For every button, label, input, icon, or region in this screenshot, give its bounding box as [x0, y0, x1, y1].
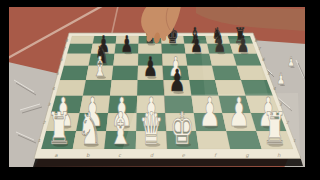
rank-label-left-5: 5	[56, 71, 59, 76]
chess-scene: abcdefgh1122334455667788♛♚♝♞♜♟♟♟♟♟♞♟♝♟♟♟…	[0, 0, 320, 180]
piece-white-pawn-g2[interactable]: ♟	[228, 88, 250, 135]
video-frame: abcdefgh1122334455667788♛♚♝♞♜♟♟♟♟♟♞♟♝♟♟♟…	[0, 0, 320, 180]
piece-black-pawn-h7[interactable]: ♟	[237, 30, 250, 57]
piece-white-queen-d1[interactable]: ♛	[139, 102, 164, 154]
rank-label-right-5: 5	[267, 71, 270, 76]
square-a6[interactable]	[64, 54, 91, 66]
piece-white-knight-b1[interactable]: ♞	[78, 102, 103, 154]
square-a7[interactable]	[67, 44, 93, 54]
rank-label-left-2: 2	[43, 120, 46, 125]
piece-black-pawn-e4[interactable]: ♟	[169, 62, 186, 98]
piece-black-pawn-c7[interactable]: ♟	[121, 30, 134, 57]
square-a5[interactable]	[60, 66, 89, 81]
piece-white-rook-h1[interactable]: ♜	[262, 102, 287, 154]
letterbox-left	[0, 0, 9, 180]
piece-white-bishop-c1[interactable]: ♝	[108, 102, 133, 154]
piece-white-bishop-b5[interactable]: ♝	[92, 51, 107, 82]
rank-label-left-1: 1	[38, 138, 41, 143]
square-f5[interactable]	[187, 66, 215, 81]
square-c5[interactable]	[112, 66, 138, 81]
square-a8[interactable]	[70, 36, 94, 44]
letterbox-right	[305, 0, 320, 180]
piece-white-pawn-f2[interactable]: ♟	[199, 88, 221, 135]
piece-white-king-e1[interactable]: ♚	[170, 102, 195, 154]
piece-black-pawn-g7[interactable]: ♟	[214, 30, 227, 57]
letterbox-bottom	[0, 167, 320, 180]
letterbox-top	[0, 0, 320, 7]
square-g5[interactable]	[212, 66, 241, 81]
square-h5[interactable]	[237, 66, 267, 81]
spare-white-pawn-2: ♟	[287, 54, 294, 70]
piece-black-pawn-d5[interactable]: ♟	[143, 51, 158, 82]
piece-black-pawn-f7[interactable]: ♟	[190, 30, 203, 57]
rank-label-right-1: 1	[293, 138, 296, 143]
spare-white-pawn-1: ♟	[277, 70, 285, 88]
piece-white-rook-a1[interactable]: ♜	[47, 102, 72, 154]
